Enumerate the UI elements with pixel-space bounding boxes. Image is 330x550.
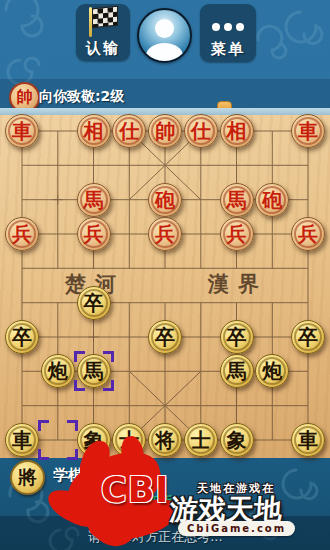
- piece-black[interactable]: 士: [112, 423, 146, 457]
- menu-button-label: 菜单: [211, 40, 245, 59]
- piece-red[interactable]: 兵: [77, 217, 111, 251]
- piece-black[interactable]: 象: [77, 423, 111, 457]
- piece-black[interactable]: 車: [5, 423, 39, 457]
- status-message: 请稍候!对方正在思考...: [88, 528, 223, 546]
- piece-black[interactable]: 炮: [41, 354, 75, 388]
- river-label-right: 漢界: [203, 270, 273, 298]
- xiangqi-board[interactable]: 楚河 漢界 車相仕帥仕相車馬砲馬砲兵兵兵兵兵卒卒卒卒卒炮馬馬炮車象士将士象車: [0, 108, 330, 458]
- ellipsis-icon: [212, 23, 244, 31]
- piece-red[interactable]: 車: [5, 114, 39, 148]
- top-bar: 认输 菜单: [0, 0, 330, 80]
- checkered-flag-icon: [86, 6, 120, 38]
- piece-red[interactable]: 馬: [77, 183, 111, 217]
- piece-black[interactable]: 士: [184, 423, 218, 457]
- piece-black[interactable]: 象: [220, 423, 254, 457]
- piece-red[interactable]: 車: [291, 114, 325, 148]
- xiangqi-app: 认输 菜单 帥 向你致敬:2级: [0, 0, 330, 550]
- piece-red[interactable]: 兵: [291, 217, 325, 251]
- player-avatar-button[interactable]: [137, 8, 192, 63]
- piece-red[interactable]: 兵: [5, 217, 39, 251]
- piece-black[interactable]: 卒: [77, 286, 111, 320]
- piece-black[interactable]: 卒: [148, 320, 182, 354]
- piece-black[interactable]: 馬: [220, 354, 254, 388]
- menu-button[interactable]: 菜单: [200, 4, 256, 62]
- piece-black[interactable]: 卒: [5, 320, 39, 354]
- piece-black[interactable]: 将: [148, 423, 182, 457]
- resign-button[interactable]: 认输: [76, 4, 130, 61]
- piece-black[interactable]: 車: [291, 423, 325, 457]
- piece-black[interactable]: 馬: [77, 354, 111, 388]
- piece-red[interactable]: 兵: [220, 217, 254, 251]
- resign-button-label: 认输: [86, 39, 120, 58]
- obscured-green-text: 新手: [146, 494, 174, 512]
- board-grid-lines: [0, 108, 330, 458]
- piece-red[interactable]: 兵: [148, 217, 182, 251]
- piece-red[interactable]: 仕: [112, 114, 146, 148]
- piece-black[interactable]: 卒: [291, 320, 325, 354]
- piece-black[interactable]: 卒: [220, 320, 254, 354]
- piece-red[interactable]: 砲: [255, 183, 289, 217]
- piece-red[interactable]: 相: [77, 114, 111, 148]
- piece-red[interactable]: 帥: [148, 114, 182, 148]
- player-name: 学棋之路:2级: [53, 466, 144, 485]
- piece-red[interactable]: 相: [220, 114, 254, 148]
- user-icon: [155, 19, 174, 38]
- player-piece-icon: 將: [10, 460, 45, 495]
- piece-red[interactable]: 砲: [148, 183, 182, 217]
- user-icon-body: [146, 43, 183, 63]
- piece-red[interactable]: 馬: [220, 183, 254, 217]
- piece-red[interactable]: 仕: [184, 114, 218, 148]
- watermark-slogan: 天地在游戏在: [197, 481, 275, 496]
- opponent-name: 向你致敬:2级: [39, 88, 124, 106]
